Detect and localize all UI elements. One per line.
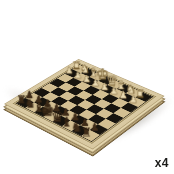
product-image[interactable]: ♜♞♝♚♛♝♞♜♟♟♟♟♟♟♟♟♟♟♟♟♟♟♟♟♜♞♝♚♛♝♞♜ x4 xyxy=(0,0,174,174)
piece-black-rook: ♜ xyxy=(81,127,92,139)
piece-white-pawn: ♟ xyxy=(119,90,128,100)
piece-white-pawn: ♟ xyxy=(73,70,82,80)
quantity-badge: x4 xyxy=(155,156,169,170)
board-grid: ♜♞♝♚♛♝♞♜♟♟♟♟♟♟♟♟♟♟♟♟♟♟♟♟♜♞♝♚♛♝♞♜ xyxy=(17,65,152,141)
piece-white-pawn: ♟ xyxy=(65,66,74,75)
piece-white-pawn: ♟ xyxy=(110,86,119,96)
piece-white-pawn: ♟ xyxy=(82,74,91,84)
piece-white-pawn: ♟ xyxy=(100,82,109,92)
chess-set-photo: ♜♞♝♚♛♝♞♜♟♟♟♟♟♟♟♟♟♟♟♟♟♟♟♟♜♞♝♚♛♝♞♜ xyxy=(29,44,141,156)
chess-board: ♜♞♝♚♛♝♞♜♟♟♟♟♟♟♟♟♟♟♟♟♟♟♟♟♜♞♝♚♛♝♞♜ xyxy=(5,60,163,149)
piece-white-pawn: ♟ xyxy=(129,95,138,105)
board-frame: ♜♞♝♚♛♝♞♜♟♟♟♟♟♟♟♟♟♟♟♟♟♟♟♟♜♞♝♚♛♝♞♜ xyxy=(5,60,163,149)
piece-white-pawn: ♟ xyxy=(91,78,100,88)
